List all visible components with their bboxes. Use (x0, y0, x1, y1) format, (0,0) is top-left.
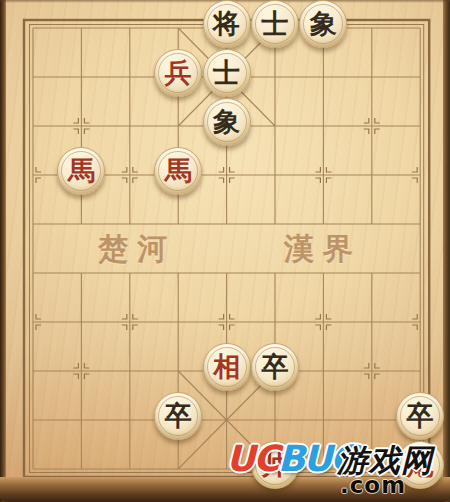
piece-red-elephant[interactable]: 相 (203, 343, 251, 391)
piece-red-general[interactable]: 帅 (251, 441, 299, 489)
piece-red-cannon[interactable]: 炮 (396, 441, 444, 489)
piece-character: 将 (213, 10, 240, 37)
piece-character: 馬 (165, 157, 192, 184)
piece-character: 兵 (165, 59, 192, 86)
piece-black-soldier[interactable]: 卒 (154, 392, 202, 440)
piece-black-advisor[interactable]: 士 (203, 49, 251, 97)
piece-character: 士 (261, 10, 288, 37)
piece-red-soldier[interactable]: 兵 (154, 49, 202, 97)
xiangqi-board[interactable]: 将士象兵士象馬馬相卒卒卒帅炮 (9, 4, 445, 494)
piece-character: 卒 (407, 402, 434, 429)
piece-character: 卒 (165, 402, 192, 429)
xiangqi-app-screenshot: 楚河 漢界 将士象兵士象馬馬相卒卒卒帅炮 UCBUG 游戏网 .com (0, 0, 450, 502)
piece-character: 卒 (261, 353, 288, 380)
piece-black-elephant[interactable]: 象 (203, 98, 251, 146)
piece-black-general[interactable]: 将 (203, 0, 251, 48)
piece-black-advisor[interactable]: 士 (251, 0, 299, 48)
piece-black-soldier[interactable]: 卒 (251, 343, 299, 391)
piece-black-soldier[interactable]: 卒 (396, 392, 444, 440)
piece-character: 炮 (407, 451, 434, 478)
piece-red-horse[interactable]: 馬 (57, 147, 105, 195)
piece-character: 象 (310, 10, 337, 37)
piece-character: 馬 (68, 157, 95, 184)
piece-character: 士 (213, 59, 240, 86)
piece-red-horse[interactable]: 馬 (154, 147, 202, 195)
piece-character: 帅 (261, 451, 288, 478)
piece-character: 象 (213, 108, 240, 135)
piece-black-elephant[interactable]: 象 (299, 0, 347, 48)
piece-character: 相 (213, 353, 240, 380)
